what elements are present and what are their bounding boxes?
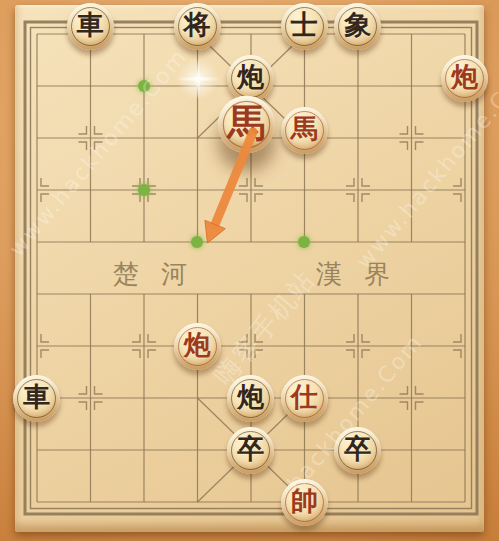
piece-glyph: 馬 bbox=[291, 115, 318, 142]
piece-red-horse[interactable]: 馬 bbox=[218, 95, 275, 152]
piece-red-cannon[interactable]: 炮 bbox=[441, 55, 488, 102]
piece-red-cannon[interactable]: 炮 bbox=[174, 323, 221, 370]
piece-glyph: 卒 bbox=[237, 435, 264, 462]
piece-black-cannon[interactable]: 炮 bbox=[227, 55, 274, 102]
piece-glyph: 仕 bbox=[291, 383, 318, 410]
piece-glyph: 炮 bbox=[237, 383, 264, 410]
piece-glyph: 炮 bbox=[184, 331, 211, 358]
piece-black-soldier[interactable]: 卒 bbox=[334, 427, 381, 474]
piece-black-advisor[interactable]: 士 bbox=[281, 3, 328, 50]
piece-glyph: 卒 bbox=[344, 435, 371, 462]
piece-glyph: 車 bbox=[23, 383, 50, 410]
piece-glyph: 帥 bbox=[291, 487, 318, 514]
move-target-dot[interactable] bbox=[191, 236, 203, 248]
piece-black-soldier[interactable]: 卒 bbox=[227, 427, 274, 474]
piece-glyph: 車 bbox=[77, 11, 104, 38]
piece-black-general[interactable]: 将 bbox=[174, 3, 221, 50]
piece-glyph: 将 bbox=[184, 11, 211, 38]
move-target-dot[interactable] bbox=[138, 184, 150, 196]
xiangqi-board-screen: 楚河 漢界 車将士象炮炮馬馬炮車炮仕卒卒帥 www.hackhome.Com 嗨… bbox=[0, 0, 499, 541]
piece-glyph: 馬 bbox=[228, 103, 266, 141]
piece-glyph: 炮 bbox=[237, 63, 264, 90]
piece-black-chariot[interactable]: 車 bbox=[67, 3, 114, 50]
piece-glyph: 炮 bbox=[451, 63, 478, 90]
piece-black-chariot[interactable]: 車 bbox=[13, 375, 60, 422]
piece-black-cannon[interactable]: 炮 bbox=[227, 375, 274, 422]
piece-glyph: 士 bbox=[291, 11, 318, 38]
piece-red-horse[interactable]: 馬 bbox=[281, 107, 328, 154]
piece-red-advisor[interactable]: 仕 bbox=[281, 375, 328, 422]
piece-red-general[interactable]: 帥 bbox=[281, 479, 328, 526]
piece-glyph: 象 bbox=[344, 11, 371, 38]
piece-black-elephant[interactable]: 象 bbox=[334, 3, 381, 50]
move-target-dot[interactable] bbox=[298, 236, 310, 248]
board-intersections[interactable]: 車将士象炮炮馬馬炮車炮仕卒卒帥 bbox=[10, 8, 492, 528]
move-target-dot[interactable] bbox=[138, 80, 150, 92]
